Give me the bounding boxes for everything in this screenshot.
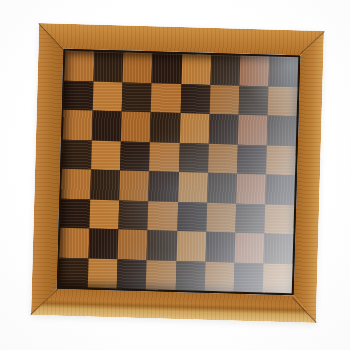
square-a1[interactable] (59, 257, 89, 287)
square-h7[interactable] (268, 86, 298, 116)
board-surface (57, 49, 301, 296)
square-c8[interactable] (123, 52, 153, 82)
square-f4[interactable] (207, 173, 237, 203)
square-a5[interactable] (62, 139, 92, 169)
square-e1[interactable] (175, 260, 205, 290)
square-b2[interactable] (89, 229, 119, 259)
square-f1[interactable] (204, 261, 234, 291)
square-d8[interactable] (152, 53, 182, 83)
square-g1[interactable] (233, 262, 263, 292)
square-c3[interactable] (119, 200, 149, 230)
square-h8[interactable] (268, 57, 298, 87)
square-c5[interactable] (120, 141, 150, 171)
square-a6[interactable] (63, 110, 93, 140)
square-f8[interactable] (210, 55, 240, 85)
square-c1[interactable] (117, 259, 147, 289)
square-f5[interactable] (208, 143, 238, 173)
square-a3[interactable] (60, 198, 90, 228)
square-g5[interactable] (237, 144, 267, 174)
square-f6[interactable] (208, 114, 238, 144)
square-c6[interactable] (121, 111, 151, 141)
chessboard (31, 23, 324, 323)
square-e5[interactable] (179, 143, 209, 173)
square-h6[interactable] (267, 115, 297, 145)
square-c4[interactable] (119, 170, 149, 200)
square-a7[interactable] (64, 80, 94, 110)
square-e8[interactable] (181, 54, 211, 84)
square-h3[interactable] (264, 204, 294, 234)
square-g3[interactable] (235, 203, 265, 233)
square-e3[interactable] (177, 202, 207, 232)
square-e2[interactable] (176, 231, 206, 261)
square-b6[interactable] (92, 111, 122, 141)
square-d7[interactable] (151, 83, 181, 113)
square-b1[interactable] (88, 258, 118, 288)
square-g8[interactable] (239, 56, 269, 86)
square-d1[interactable] (146, 260, 176, 290)
square-d5[interactable] (149, 142, 179, 172)
square-b3[interactable] (90, 199, 120, 229)
square-a2[interactable] (60, 228, 90, 258)
square-e4[interactable] (178, 172, 208, 202)
square-h2[interactable] (263, 233, 293, 263)
square-f3[interactable] (206, 202, 236, 232)
square-b8[interactable] (94, 52, 124, 82)
square-b7[interactable] (93, 81, 123, 111)
square-d3[interactable] (148, 201, 178, 231)
square-d6[interactable] (150, 112, 180, 142)
square-h4[interactable] (265, 174, 295, 204)
photo-background (0, 0, 350, 350)
square-b5[interactable] (91, 140, 121, 170)
square-h1[interactable] (263, 263, 293, 293)
square-g6[interactable] (238, 115, 268, 145)
square-h5[interactable] (266, 145, 296, 175)
square-d4[interactable] (149, 171, 179, 201)
square-g7[interactable] (238, 85, 268, 115)
square-d2[interactable] (147, 230, 177, 260)
square-e7[interactable] (180, 84, 210, 114)
square-g2[interactable] (234, 233, 264, 263)
board-grid (59, 51, 298, 293)
square-g4[interactable] (236, 174, 266, 204)
square-f2[interactable] (205, 232, 235, 262)
square-a4[interactable] (61, 169, 91, 199)
square-f7[interactable] (209, 84, 239, 114)
square-c7[interactable] (122, 82, 152, 112)
square-a8[interactable] (65, 51, 95, 81)
square-e6[interactable] (179, 113, 209, 143)
square-b4[interactable] (90, 170, 120, 200)
square-c2[interactable] (118, 229, 148, 259)
